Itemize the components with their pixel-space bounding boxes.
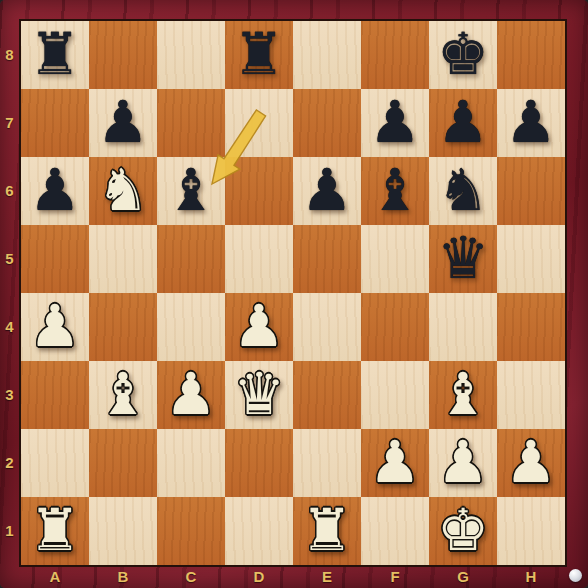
file-label-h: H — [497, 566, 565, 588]
square-a2[interactable] — [21, 429, 89, 497]
file-label-g: G — [429, 566, 497, 588]
piece-white-queen: ♛ — [233, 365, 285, 423]
square-e4[interactable] — [293, 293, 361, 361]
square-d2[interactable] — [225, 429, 293, 497]
square-f8[interactable] — [361, 21, 429, 89]
square-d1[interactable] — [225, 497, 293, 565]
file-label-e: E — [293, 566, 361, 588]
square-b7[interactable]: ♟ — [89, 89, 157, 157]
square-c4[interactable] — [157, 293, 225, 361]
square-e5[interactable] — [293, 225, 361, 293]
piece-black-pawn: ♟ — [437, 93, 489, 151]
square-h8[interactable] — [497, 21, 565, 89]
piece-black-pawn: ♟ — [301, 161, 353, 219]
square-a7[interactable] — [21, 89, 89, 157]
square-f3[interactable] — [361, 361, 429, 429]
square-c3[interactable]: ♟ — [157, 361, 225, 429]
piece-white-pawn: ♟ — [369, 433, 421, 491]
piece-white-rook: ♜ — [29, 501, 81, 559]
piece-black-pawn: ♟ — [29, 161, 81, 219]
square-h6[interactable] — [497, 157, 565, 225]
piece-black-bishop: ♝ — [165, 161, 217, 219]
square-c8[interactable] — [157, 21, 225, 89]
square-a8[interactable]: ♜ — [21, 21, 89, 89]
square-a4[interactable]: ♟ — [21, 293, 89, 361]
square-f1[interactable] — [361, 497, 429, 565]
piece-black-queen: ♛ — [437, 229, 489, 287]
file-label-c: C — [157, 566, 225, 588]
square-a6[interactable]: ♟ — [21, 157, 89, 225]
square-c5[interactable] — [157, 225, 225, 293]
piece-white-pawn: ♟ — [233, 297, 285, 355]
square-g5[interactable]: ♛ — [429, 225, 497, 293]
square-d3[interactable]: ♛ — [225, 361, 293, 429]
square-g2[interactable]: ♟ — [429, 429, 497, 497]
rank-label-6: 6 — [0, 157, 19, 225]
square-h1[interactable] — [497, 497, 565, 565]
square-d8[interactable]: ♜ — [225, 21, 293, 89]
square-d6[interactable] — [225, 157, 293, 225]
square-e7[interactable] — [293, 89, 361, 157]
square-b6[interactable]: ♞ — [89, 157, 157, 225]
square-a1[interactable]: ♜ — [21, 497, 89, 565]
piece-white-king: ♚ — [437, 501, 489, 559]
piece-white-pawn: ♟ — [165, 365, 217, 423]
square-f7[interactable]: ♟ — [361, 89, 429, 157]
square-c7[interactable] — [157, 89, 225, 157]
rank-label-7: 7 — [0, 89, 19, 157]
board-frame: ♜♜♚♟♟♟♟♟♞♝♟♝♞♛♟♟♝♟♛♝♟♟♟♜♜♚ 87654321 ABCD… — [0, 0, 588, 588]
file-label-a: A — [21, 566, 89, 588]
square-c2[interactable] — [157, 429, 225, 497]
rank-label-3: 3 — [0, 361, 19, 429]
piece-white-pawn: ♟ — [29, 297, 81, 355]
square-b1[interactable] — [89, 497, 157, 565]
piece-black-rook: ♜ — [233, 25, 285, 83]
piece-black-pawn: ♟ — [369, 93, 421, 151]
chess-board: ♜♜♚♟♟♟♟♟♞♝♟♝♞♛♟♟♝♟♛♝♟♟♟♜♜♚ — [19, 19, 567, 567]
rank-label-4: 4 — [0, 293, 19, 361]
square-g1[interactable]: ♚ — [429, 497, 497, 565]
rank-label-2: 2 — [0, 429, 19, 497]
square-d4[interactable]: ♟ — [225, 293, 293, 361]
square-g6[interactable]: ♞ — [429, 157, 497, 225]
piece-white-pawn: ♟ — [505, 433, 557, 491]
square-e8[interactable] — [293, 21, 361, 89]
square-a5[interactable] — [21, 225, 89, 293]
piece-white-rook: ♜ — [301, 501, 353, 559]
square-g7[interactable]: ♟ — [429, 89, 497, 157]
piece-black-rook: ♜ — [29, 25, 81, 83]
square-h5[interactable] — [497, 225, 565, 293]
piece-white-bishop: ♝ — [437, 365, 489, 423]
square-h4[interactable] — [497, 293, 565, 361]
square-c1[interactable] — [157, 497, 225, 565]
piece-black-pawn: ♟ — [97, 93, 149, 151]
file-label-d: D — [225, 566, 293, 588]
square-h7[interactable]: ♟ — [497, 89, 565, 157]
rank-label-1: 1 — [0, 497, 19, 565]
piece-black-pawn: ♟ — [505, 93, 557, 151]
square-d5[interactable] — [225, 225, 293, 293]
piece-white-pawn: ♟ — [437, 433, 489, 491]
square-c6[interactable]: ♝ — [157, 157, 225, 225]
piece-black-king: ♚ — [437, 25, 489, 83]
square-b8[interactable] — [89, 21, 157, 89]
rank-label-8: 8 — [0, 21, 19, 89]
file-label-b: B — [89, 566, 157, 588]
square-e3[interactable] — [293, 361, 361, 429]
square-b4[interactable] — [89, 293, 157, 361]
square-f5[interactable] — [361, 225, 429, 293]
square-d7[interactable] — [225, 89, 293, 157]
square-b5[interactable] — [89, 225, 157, 293]
square-e2[interactable] — [293, 429, 361, 497]
rank-label-5: 5 — [0, 225, 19, 293]
square-b3[interactable]: ♝ — [89, 361, 157, 429]
square-g8[interactable]: ♚ — [429, 21, 497, 89]
square-f4[interactable] — [361, 293, 429, 361]
square-a3[interactable] — [21, 361, 89, 429]
piece-black-bishop: ♝ — [369, 161, 421, 219]
square-g4[interactable] — [429, 293, 497, 361]
piece-black-knight: ♞ — [437, 161, 489, 219]
square-b2[interactable] — [89, 429, 157, 497]
square-g3[interactable]: ♝ — [429, 361, 497, 429]
square-e6[interactable]: ♟ — [293, 157, 361, 225]
file-label-f: F — [361, 566, 429, 588]
side-to-move-indicator — [569, 569, 582, 582]
piece-white-bishop: ♝ — [97, 365, 149, 423]
square-h2[interactable]: ♟ — [497, 429, 565, 497]
square-f6[interactable]: ♝ — [361, 157, 429, 225]
square-f2[interactable]: ♟ — [361, 429, 429, 497]
square-e1[interactable]: ♜ — [293, 497, 361, 565]
piece-white-knight: ♞ — [97, 161, 149, 219]
square-h3[interactable] — [497, 361, 565, 429]
